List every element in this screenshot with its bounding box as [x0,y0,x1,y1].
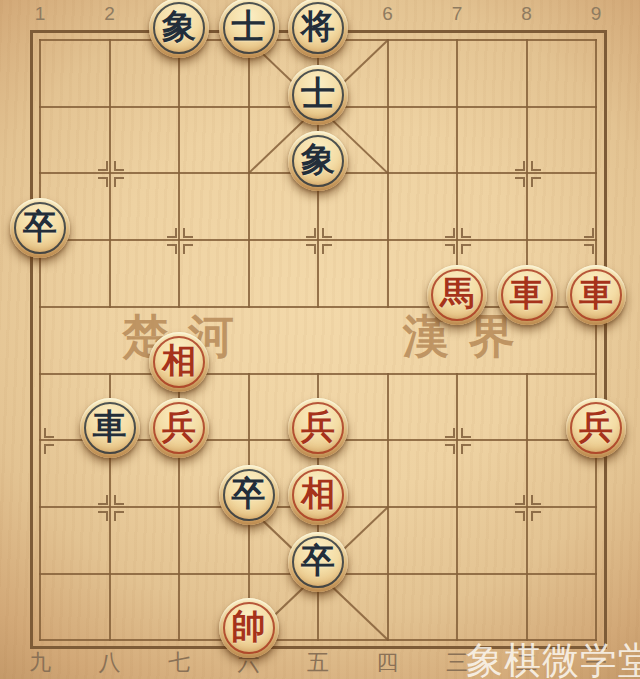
piece-red-soldier[interactable]: 兵 [288,398,348,458]
piece-glyph: 相 [301,477,335,511]
file-label-bottom: 三 [446,648,468,678]
piece-glyph: 車 [579,277,613,311]
piece-glyph: 兵 [579,410,613,444]
piece-glyph: 兵 [301,410,335,444]
piece-glyph: 士 [301,77,335,111]
file-label-top: 8 [521,3,532,25]
file-label-top: 1 [35,3,46,25]
piece-glyph: 馬 [440,277,474,311]
piece-glyph: 士 [232,10,266,44]
file-label-bottom: 八 [99,648,121,678]
piece-red-soldier[interactable]: 兵 [566,398,626,458]
watermark-text: 象棋微学堂 [466,642,640,679]
file-label-top: 9 [591,3,602,25]
piece-red-elephant[interactable]: 相 [288,465,348,525]
file-label-top: 6 [382,3,393,25]
piece-black-general[interactable]: 将 [288,0,348,58]
piece-black-soldier[interactable]: 卒 [288,532,348,592]
piece-red-horse[interactable]: 馬 [427,265,487,325]
piece-black-elephant[interactable]: 象 [288,131,348,191]
piece-glyph: 卒 [232,477,266,511]
piece-glyph: 卒 [301,544,335,578]
piece-glyph: 兵 [162,410,196,444]
file-label-top: 7 [452,3,463,25]
piece-black-soldier[interactable]: 卒 [10,198,70,258]
piece-red-elephant[interactable]: 相 [149,332,209,392]
piece-red-chariot[interactable]: 車 [497,265,557,325]
file-label-bottom: 九 [29,648,51,678]
xiangqi-board: 123456789 九八七六五四三二一 楚河 漢界 象士将士象卒馬車車相車兵兵兵… [0,0,640,679]
file-label-top: 2 [104,3,115,25]
piece-red-soldier[interactable]: 兵 [149,398,209,458]
piece-glyph: 象 [162,10,196,44]
piece-black-advisor[interactable]: 士 [288,65,348,125]
file-label-bottom: 四 [377,648,399,678]
piece-black-elephant[interactable]: 象 [149,0,209,58]
piece-red-general[interactable]: 帥 [219,598,279,658]
file-label-bottom: 五 [307,648,329,678]
piece-black-advisor[interactable]: 士 [219,0,279,58]
piece-red-chariot[interactable]: 車 [566,265,626,325]
piece-black-soldier[interactable]: 卒 [219,465,279,525]
piece-glyph: 象 [301,143,335,177]
piece-glyph: 車 [510,277,544,311]
piece-glyph: 卒 [23,210,57,244]
piece-black-chariot[interactable]: 車 [80,398,140,458]
file-label-bottom: 七 [168,648,190,678]
piece-glyph: 相 [162,344,196,378]
piece-glyph: 車 [93,410,127,444]
piece-glyph: 将 [301,10,335,44]
piece-glyph: 帥 [232,610,266,644]
